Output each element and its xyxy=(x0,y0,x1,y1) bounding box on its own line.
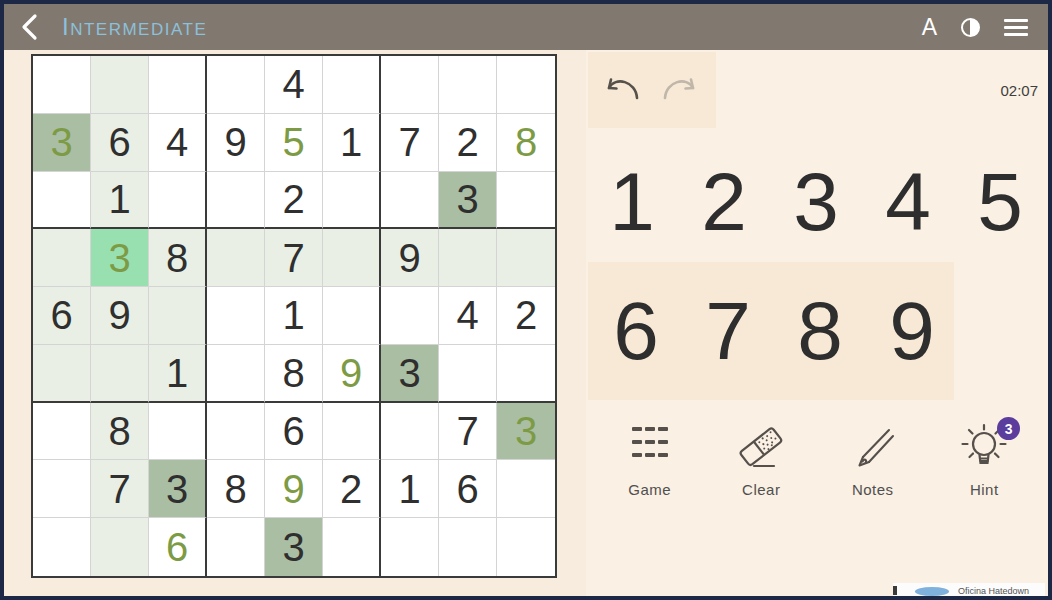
numpad-8[interactable]: 8 xyxy=(774,266,866,396)
numpad-4[interactable]: 4 xyxy=(862,142,954,262)
notes-button-label: Notes xyxy=(852,481,894,498)
header-actions: A xyxy=(922,16,1028,39)
eraser-icon xyxy=(737,424,785,472)
cell-r1c3[interactable] xyxy=(149,56,207,114)
cell-r7c9[interactable]: 3 xyxy=(497,403,555,461)
cell-r3c1[interactable] xyxy=(33,172,91,230)
game-button[interactable]: Game xyxy=(626,424,674,498)
undo-arrow-icon xyxy=(600,72,646,106)
cell-r6c1[interactable] xyxy=(33,345,91,403)
cell-r2c9[interactable]: 8 xyxy=(497,114,555,172)
cell-r8c2[interactable]: 7 xyxy=(91,460,149,518)
cell-r6c8[interactable] xyxy=(439,345,497,403)
numpad-2[interactable]: 2 xyxy=(678,142,770,262)
cell-r9c9[interactable] xyxy=(497,518,555,576)
page-title: Intermediate xyxy=(62,13,207,41)
numpad-row-2: 6789 xyxy=(590,266,958,396)
cell-r6c3[interactable]: 1 xyxy=(149,345,207,403)
cell-r2c6[interactable]: 1 xyxy=(323,114,381,172)
cell-r9c3[interactable]: 6 xyxy=(149,518,207,576)
cell-r8c4[interactable]: 8 xyxy=(207,460,265,518)
cell-r9c6[interactable] xyxy=(323,518,381,576)
cell-r3c7[interactable] xyxy=(381,172,439,230)
cell-r1c6[interactable] xyxy=(323,56,381,114)
menu-button[interactable] xyxy=(1004,19,1028,36)
app-window: Intermediate A 4364951728123387969142189… xyxy=(0,0,1052,600)
numpad-3[interactable]: 3 xyxy=(770,142,862,262)
cell-r4c4[interactable] xyxy=(207,229,265,287)
cell-r9c5[interactable]: 3 xyxy=(265,518,323,576)
cell-r4c2[interactable]: 3 xyxy=(91,229,149,287)
cell-r8c3[interactable]: 3 xyxy=(149,460,207,518)
cell-r2c8[interactable]: 2 xyxy=(439,114,497,172)
cell-r6c6[interactable]: 9 xyxy=(323,345,381,403)
cell-r8c8[interactable]: 6 xyxy=(439,460,497,518)
history-controls xyxy=(588,52,716,128)
cell-r4c9[interactable] xyxy=(497,229,555,287)
artifact-logo xyxy=(915,587,949,596)
cell-r1c1[interactable] xyxy=(33,56,91,114)
hint-badge: 3 xyxy=(997,417,1020,440)
cell-r6c2[interactable] xyxy=(91,345,149,403)
cell-r2c3[interactable]: 4 xyxy=(149,114,207,172)
cell-r5c2[interactable]: 9 xyxy=(91,287,149,345)
cell-r7c4[interactable] xyxy=(207,403,265,461)
cell-r4c7[interactable]: 9 xyxy=(381,229,439,287)
cell-r2c2[interactable]: 6 xyxy=(91,114,149,172)
numpad-9[interactable]: 9 xyxy=(866,266,958,396)
cell-r3c5[interactable]: 2 xyxy=(265,172,323,230)
cell-r7c2[interactable]: 8 xyxy=(91,403,149,461)
cell-r2c5[interactable]: 5 xyxy=(265,114,323,172)
hamburger-icon xyxy=(1004,19,1028,22)
control-panel: 02:07 12345 6789 Game xyxy=(586,50,1048,596)
cell-r8c1[interactable] xyxy=(33,460,91,518)
cell-r7c8[interactable]: 7 xyxy=(439,403,497,461)
cell-r5c4[interactable] xyxy=(207,287,265,345)
cell-r9c4[interactable] xyxy=(207,518,265,576)
contrast-button[interactable] xyxy=(961,18,980,37)
numpad-7[interactable]: 7 xyxy=(682,266,774,396)
cell-r8c5[interactable]: 9 xyxy=(265,460,323,518)
cell-r2c1[interactable]: 3 xyxy=(33,114,91,172)
cell-r6c5[interactable]: 8 xyxy=(265,345,323,403)
cell-r3c2[interactable]: 1 xyxy=(91,172,149,230)
redo-arrow-icon xyxy=(656,72,702,106)
back-button[interactable] xyxy=(20,12,42,42)
cell-r9c7[interactable] xyxy=(381,518,439,576)
cell-r9c1[interactable] xyxy=(33,518,91,576)
pencil-icon xyxy=(849,424,897,472)
hint-button[interactable]: 3 Hint xyxy=(960,424,1008,498)
cell-r7c6[interactable] xyxy=(323,403,381,461)
numpad-1[interactable]: 1 xyxy=(586,142,678,262)
cell-r8c9[interactable] xyxy=(497,460,555,518)
cell-r1c9[interactable] xyxy=(497,56,555,114)
hint-button-label: Hint xyxy=(970,481,999,498)
cell-r5c3[interactable] xyxy=(149,287,207,345)
cell-r8c6[interactable]: 2 xyxy=(323,460,381,518)
timer: 02:07 xyxy=(1000,82,1038,99)
cell-r7c1[interactable] xyxy=(33,403,91,461)
contrast-icon xyxy=(961,18,980,37)
cell-r4c5[interactable]: 7 xyxy=(265,229,323,287)
cell-r1c2[interactable] xyxy=(91,56,149,114)
cell-r9c8[interactable] xyxy=(439,518,497,576)
cell-r6c4[interactable] xyxy=(207,345,265,403)
cell-r1c7[interactable] xyxy=(381,56,439,114)
cell-r3c8[interactable]: 3 xyxy=(439,172,497,230)
numpad-row-1: 12345 xyxy=(586,142,1046,262)
cell-r4c3[interactable]: 8 xyxy=(149,229,207,287)
sudoku-board: 436495172812338796914218938673738921663 xyxy=(31,54,557,578)
redo-button[interactable] xyxy=(656,72,702,109)
overlay-artifact: Oficina Hatedown xyxy=(893,583,1045,596)
cell-r4c1[interactable] xyxy=(33,229,91,287)
main-area: 436495172812338796914218938673738921663 xyxy=(4,50,1048,596)
grid-icon xyxy=(626,424,674,472)
app-header: Intermediate A xyxy=(4,4,1048,50)
notes-button[interactable]: Notes xyxy=(849,424,897,498)
cell-r1c4[interactable] xyxy=(207,56,265,114)
cell-r7c7[interactable] xyxy=(381,403,439,461)
cell-r4c6[interactable] xyxy=(323,229,381,287)
cell-r8c7[interactable]: 1 xyxy=(381,460,439,518)
cell-r4c8[interactable] xyxy=(439,229,497,287)
cell-r6c9[interactable] xyxy=(497,345,555,403)
toolbar: Game xyxy=(586,424,1048,498)
artifact-notch xyxy=(893,586,897,595)
clear-button-label: Clear xyxy=(742,481,780,498)
cell-r5c8[interactable]: 4 xyxy=(439,287,497,345)
cell-r2c7[interactable]: 7 xyxy=(381,114,439,172)
cell-r5c7[interactable] xyxy=(381,287,439,345)
cell-r1c5[interactable]: 4 xyxy=(265,56,323,114)
game-button-label: Game xyxy=(628,481,671,498)
artifact-text: Oficina Hatedown xyxy=(958,586,1029,596)
cell-r7c5[interactable]: 6 xyxy=(265,403,323,461)
cell-r2c4[interactable]: 9 xyxy=(207,114,265,172)
cell-r1c8[interactable] xyxy=(439,56,497,114)
cell-r3c9[interactable] xyxy=(497,172,555,230)
cell-r3c6[interactable] xyxy=(323,172,381,230)
cell-r7c3[interactable] xyxy=(149,403,207,461)
cell-r5c9[interactable]: 2 xyxy=(497,287,555,345)
cell-r3c3[interactable] xyxy=(149,172,207,230)
numpad-5[interactable]: 5 xyxy=(954,142,1046,262)
cell-r3c4[interactable] xyxy=(207,172,265,230)
board-zone: 436495172812338796914218938673738921663 xyxy=(4,50,586,596)
cell-r5c1[interactable]: 6 xyxy=(33,287,91,345)
cell-r5c5[interactable]: 1 xyxy=(265,287,323,345)
clear-button[interactable]: Clear xyxy=(737,424,785,498)
undo-button[interactable] xyxy=(600,72,646,109)
cell-r5c6[interactable] xyxy=(323,287,381,345)
cell-r9c2[interactable] xyxy=(91,518,149,576)
chevron-left-icon xyxy=(20,13,38,41)
numpad-6[interactable]: 6 xyxy=(590,266,682,396)
cell-r6c7[interactable]: 3 xyxy=(381,345,439,403)
font-size-button[interactable]: A xyxy=(922,16,937,39)
